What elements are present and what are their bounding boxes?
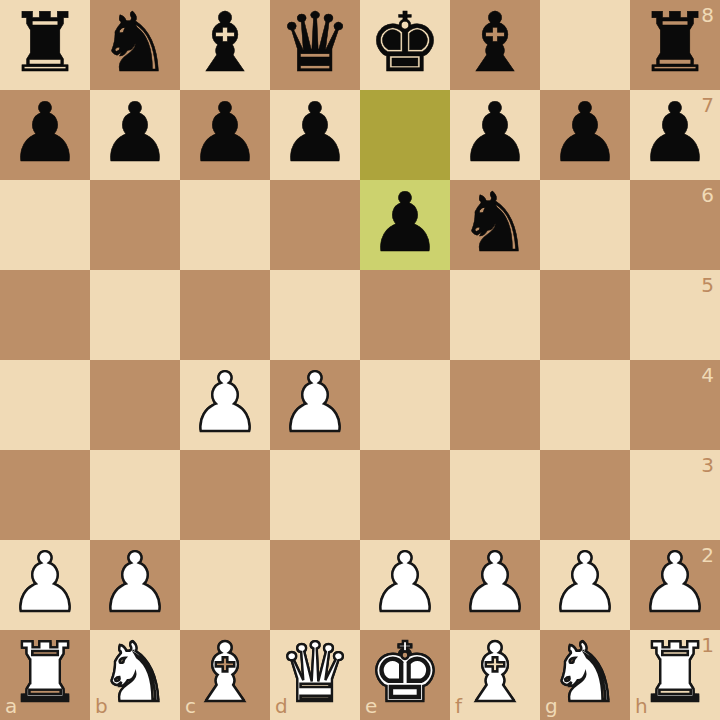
piece-white-king[interactable]: ♚ [368,632,442,714]
rank-label-5: 5 [701,275,714,295]
square-e7[interactable] [360,90,450,180]
square-b3[interactable] [90,450,180,540]
square-g2[interactable]: ♟ [540,540,630,630]
square-h2[interactable]: ♟2 [630,540,720,630]
square-h8[interactable]: ♜8 [630,0,720,90]
piece-white-pawn[interactable]: ♟ [188,362,262,444]
square-a2[interactable]: ♟ [0,540,90,630]
square-b8[interactable]: ♞ [90,0,180,90]
square-f6[interactable]: ♞ [450,180,540,270]
piece-black-pawn[interactable]: ♟ [188,92,262,174]
square-h6[interactable]: 6 [630,180,720,270]
piece-black-pawn[interactable]: ♟ [638,92,712,174]
square-f5[interactable] [450,270,540,360]
piece-black-knight[interactable]: ♞ [458,182,532,264]
piece-white-pawn[interactable]: ♟ [458,542,532,624]
piece-white-pawn[interactable]: ♟ [368,542,442,624]
piece-black-rook[interactable]: ♜ [8,2,82,84]
chess-board: ♜♞♝♛♚♝♜8♟♟♟♟♟♟♟7♟♞65♟♟43♟♟♟♟♟♟2♜a♞b♝c♛d♚… [0,0,720,720]
square-a6[interactable] [0,180,90,270]
piece-white-knight[interactable]: ♞ [98,632,172,714]
square-c6[interactable] [180,180,270,270]
square-h5[interactable]: 5 [630,270,720,360]
square-c5[interactable] [180,270,270,360]
piece-white-pawn[interactable]: ♟ [8,542,82,624]
square-f4[interactable] [450,360,540,450]
square-e6[interactable]: ♟ [360,180,450,270]
square-c4[interactable]: ♟ [180,360,270,450]
square-a1[interactable]: ♜a [0,630,90,720]
square-b6[interactable] [90,180,180,270]
piece-black-bishop[interactable]: ♝ [458,2,532,84]
square-d8[interactable]: ♛ [270,0,360,90]
square-e5[interactable] [360,270,450,360]
square-f7[interactable]: ♟ [450,90,540,180]
piece-white-rook[interactable]: ♜ [8,632,82,714]
square-f1[interactable]: ♝f [450,630,540,720]
piece-white-pawn[interactable]: ♟ [548,542,622,624]
square-g1[interactable]: ♞g [540,630,630,720]
square-d7[interactable]: ♟ [270,90,360,180]
square-a5[interactable] [0,270,90,360]
square-g4[interactable] [540,360,630,450]
square-g3[interactable] [540,450,630,540]
square-d1[interactable]: ♛d [270,630,360,720]
square-d3[interactable] [270,450,360,540]
square-d6[interactable] [270,180,360,270]
square-f2[interactable]: ♟ [450,540,540,630]
piece-white-bishop[interactable]: ♝ [188,632,262,714]
piece-black-pawn[interactable]: ♟ [458,92,532,174]
square-e4[interactable] [360,360,450,450]
square-c8[interactable]: ♝ [180,0,270,90]
square-h4[interactable]: 4 [630,360,720,450]
square-b5[interactable] [90,270,180,360]
piece-black-rook[interactable]: ♜ [638,2,712,84]
rank-label-6: 6 [701,185,714,205]
square-b4[interactable] [90,360,180,450]
piece-white-rook[interactable]: ♜ [638,632,712,714]
piece-black-knight[interactable]: ♞ [98,2,172,84]
piece-black-bishop[interactable]: ♝ [188,2,262,84]
piece-white-pawn[interactable]: ♟ [98,542,172,624]
square-g7[interactable]: ♟ [540,90,630,180]
square-a4[interactable] [0,360,90,450]
piece-white-pawn[interactable]: ♟ [278,362,352,444]
square-h7[interactable]: ♟7 [630,90,720,180]
square-e2[interactable]: ♟ [360,540,450,630]
piece-white-queen[interactable]: ♛ [278,632,352,714]
square-a8[interactable]: ♜ [0,0,90,90]
square-e1[interactable]: ♚e [360,630,450,720]
square-d5[interactable] [270,270,360,360]
square-h1[interactable]: ♜1h [630,630,720,720]
rank-label-3: 3 [701,455,714,475]
piece-black-pawn[interactable]: ♟ [278,92,352,174]
rank-label-4: 4 [701,365,714,385]
piece-black-pawn[interactable]: ♟ [548,92,622,174]
square-h3[interactable]: 3 [630,450,720,540]
square-c2[interactable] [180,540,270,630]
piece-black-pawn[interactable]: ♟ [98,92,172,174]
piece-black-pawn[interactable]: ♟ [368,182,442,264]
square-f3[interactable] [450,450,540,540]
square-a3[interactable] [0,450,90,540]
square-d4[interactable]: ♟ [270,360,360,450]
square-f8[interactable]: ♝ [450,0,540,90]
square-a7[interactable]: ♟ [0,90,90,180]
piece-black-pawn[interactable]: ♟ [8,92,82,174]
piece-black-queen[interactable]: ♛ [278,2,352,84]
square-c3[interactable] [180,450,270,540]
square-e8[interactable]: ♚ [360,0,450,90]
square-g8[interactable] [540,0,630,90]
piece-white-knight[interactable]: ♞ [548,632,622,714]
square-d2[interactable] [270,540,360,630]
square-c1[interactable]: ♝c [180,630,270,720]
square-c7[interactable]: ♟ [180,90,270,180]
square-g5[interactable] [540,270,630,360]
piece-white-pawn[interactable]: ♟ [638,542,712,624]
square-b1[interactable]: ♞b [90,630,180,720]
piece-white-bishop[interactable]: ♝ [458,632,532,714]
square-b2[interactable]: ♟ [90,540,180,630]
square-g6[interactable] [540,180,630,270]
piece-black-king[interactable]: ♚ [368,2,442,84]
square-b7[interactable]: ♟ [90,90,180,180]
square-e3[interactable] [360,450,450,540]
